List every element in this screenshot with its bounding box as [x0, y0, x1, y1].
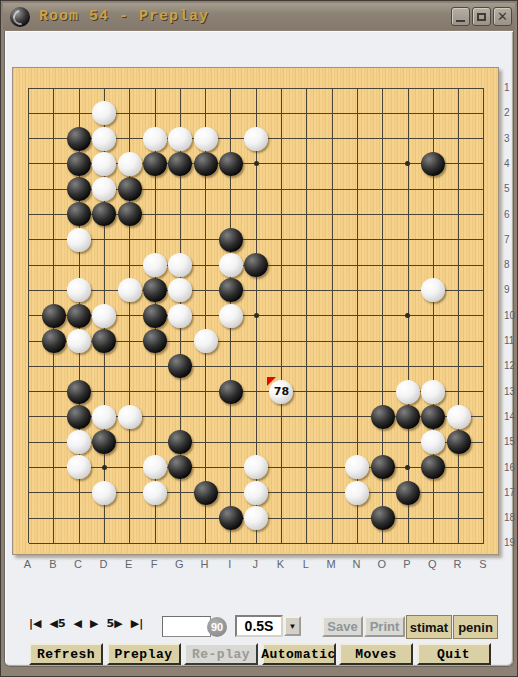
black-stone-G12 — [168, 354, 192, 378]
star-point — [254, 313, 259, 318]
black-stone-E5 — [118, 177, 142, 201]
black-stone-Q4 — [421, 152, 445, 176]
white-stone-E4 — [118, 152, 142, 176]
white-stone-I8 — [219, 253, 243, 277]
star-point — [405, 313, 410, 318]
white-stone-C15 — [67, 430, 91, 454]
speed-dropdown-button[interactable]: ▼ — [284, 616, 301, 636]
automatic-button[interactable]: Automatic — [262, 643, 336, 665]
window-controls: ✕ — [451, 7, 512, 26]
white-stone-C7 — [67, 228, 91, 252]
black-stone-Q16 — [421, 455, 445, 479]
black-stone-E6 — [118, 202, 142, 226]
star-point — [405, 161, 410, 166]
black-stone-R15 — [447, 430, 471, 454]
close-button[interactable]: ✕ — [493, 7, 512, 26]
black-stone-D11 — [92, 329, 116, 353]
white-stone-I10 — [219, 304, 243, 328]
column-label-M: M — [327, 558, 336, 570]
column-label-S: S — [479, 558, 486, 570]
column-label-J: J — [252, 558, 258, 570]
column-label-F: F — [151, 558, 158, 570]
black-stone-C3 — [67, 127, 91, 151]
move-count-badge: 90 — [207, 617, 227, 637]
black-stone-I7 — [219, 228, 243, 252]
row-label-13: 13 — [504, 385, 515, 396]
row-label-11: 11 — [504, 335, 514, 346]
white-stone-N16 — [345, 455, 369, 479]
white-stone-K13: 78 — [269, 380, 293, 404]
column-label-R: R — [454, 558, 462, 570]
black-stone-C10 — [67, 304, 91, 328]
row-label-10: 10 — [504, 309, 515, 320]
white-stone-H11 — [194, 329, 218, 353]
column-label-I: I — [228, 558, 231, 570]
window-title: Room 54 - Preplay — [39, 8, 209, 25]
column-label-O: O — [377, 558, 386, 570]
white-stone-N17 — [345, 481, 369, 505]
go-stone-icon — [10, 7, 30, 27]
forward-button[interactable]: ▶ — [90, 617, 98, 630]
column-label-H: H — [201, 558, 209, 570]
row-label-5: 5 — [504, 183, 510, 194]
white-stone-Q9 — [421, 278, 445, 302]
row-label-6: 6 — [504, 208, 510, 219]
black-stone-C14 — [67, 405, 91, 429]
replay-button[interactable]: Re-play — [184, 643, 258, 665]
title-bar: Room 54 - Preplay ✕ — [3, 3, 515, 30]
black-stone-G4 — [168, 152, 192, 176]
black-stone-D6 — [92, 202, 116, 226]
black-stone-H17 — [194, 481, 218, 505]
row-label-7: 7 — [504, 233, 510, 244]
white-stone-C9 — [67, 278, 91, 302]
row-label-17: 17 — [504, 486, 515, 497]
first-move-button[interactable]: |◀ — [29, 617, 41, 630]
black-stone-F11 — [143, 329, 167, 353]
star-point — [102, 465, 107, 470]
maximize-icon — [477, 13, 486, 21]
black-stone-F10 — [143, 304, 167, 328]
white-stone-G9 — [168, 278, 192, 302]
row-label-1: 1 — [504, 82, 510, 93]
column-label-C: C — [74, 558, 82, 570]
client-area: 78 ABCDEFGHIJKLMNOPQRS 12345678910111213… — [4, 31, 514, 667]
row-label-15: 15 — [504, 436, 515, 447]
chevron-down-icon: ▼ — [289, 622, 297, 631]
opening-button[interactable]: penin — [453, 615, 498, 639]
playback-toolbar: |◀ ◀5 ◀ ▶ 5▶ ▶| 90 0.5S ▼ Save Print sti… — [5, 613, 513, 641]
black-stone-F9 — [143, 278, 167, 302]
column-label-L: L — [303, 558, 309, 570]
row-label-4: 4 — [504, 157, 510, 168]
black-stone-I18 — [219, 506, 243, 530]
last-move-number: 78 — [269, 380, 293, 404]
app-window: Room 54 - Preplay ✕ 78 ABCDEFGHIJKLMNOPQ… — [0, 0, 518, 677]
black-stone-Q14 — [421, 405, 445, 429]
white-stone-D10 — [92, 304, 116, 328]
minimize-icon — [456, 20, 465, 22]
column-label-Q: Q — [428, 558, 437, 570]
back-button[interactable]: ◀ — [74, 617, 82, 630]
white-stone-P13 — [396, 380, 420, 404]
black-stone-I13 — [219, 380, 243, 404]
black-stone-C6 — [67, 202, 91, 226]
close-icon: ✕ — [497, 10, 508, 23]
white-stone-G10 — [168, 304, 192, 328]
last-move-button[interactable]: ▶| — [131, 617, 143, 630]
nav-controls: |◀ ◀5 ◀ ▶ 5▶ ▶| — [29, 617, 143, 630]
black-stone-F4 — [143, 152, 167, 176]
column-label-B: B — [49, 558, 56, 570]
white-stone-E9 — [118, 278, 142, 302]
white-stone-D4 — [92, 152, 116, 176]
white-stone-G3 — [168, 127, 192, 151]
star-point — [405, 465, 410, 470]
row-label-12: 12 — [504, 360, 515, 371]
column-label-G: G — [175, 558, 184, 570]
black-stone-C5 — [67, 177, 91, 201]
refresh-button[interactable]: Refresh — [29, 643, 103, 665]
column-label-K: K — [277, 558, 284, 570]
column-label-A: A — [24, 558, 31, 570]
white-stone-D2 — [92, 101, 116, 125]
white-stone-R14 — [447, 405, 471, 429]
maximize-button[interactable] — [472, 7, 491, 26]
white-stone-H3 — [194, 127, 218, 151]
row-label-9: 9 — [504, 284, 510, 295]
black-stone-H4 — [194, 152, 218, 176]
column-labels: ABCDEFGHIJKLMNOPQRS — [12, 558, 499, 572]
moves-button[interactable]: Moves — [339, 643, 413, 665]
white-stone-F3 — [143, 127, 167, 151]
black-stone-O14 — [371, 405, 395, 429]
black-stone-D15 — [92, 430, 116, 454]
quit-button[interactable]: Quit — [417, 643, 491, 665]
back-5-button[interactable]: ◀5 — [49, 617, 65, 630]
black-stone-C13 — [67, 380, 91, 404]
white-stone-F8 — [143, 253, 167, 277]
white-stone-D3 — [92, 127, 116, 151]
black-stone-J8 — [244, 253, 268, 277]
row-label-2: 2 — [504, 107, 510, 118]
black-stone-C4 — [67, 152, 91, 176]
board-grid: 78 — [16, 75, 497, 556]
column-label-D: D — [99, 558, 107, 570]
white-stone-Q13 — [421, 380, 445, 404]
action-toolbar: Refresh Preplay Re-play Automatic Moves … — [29, 643, 491, 665]
column-label-E: E — [125, 558, 132, 570]
white-stone-E14 — [118, 405, 142, 429]
row-label-14: 14 — [504, 410, 515, 421]
black-stone-I4 — [219, 152, 243, 176]
white-stone-C11 — [67, 329, 91, 353]
print-button[interactable]: Print — [364, 616, 405, 637]
white-stone-J16 — [244, 455, 268, 479]
row-label-8: 8 — [504, 259, 510, 270]
white-stone-G8 — [168, 253, 192, 277]
black-stone-G15 — [168, 430, 192, 454]
black-stone-G16 — [168, 455, 192, 479]
black-stone-B11 — [42, 329, 66, 353]
speed-select-value[interactable]: 0.5S — [235, 615, 283, 637]
white-stone-D14 — [92, 405, 116, 429]
white-stone-D17 — [92, 481, 116, 505]
white-stone-Q15 — [421, 430, 445, 454]
row-labels: 12345678910111213141516171819 — [501, 31, 516, 551]
black-stone-P14 — [396, 405, 420, 429]
column-label-P: P — [403, 558, 410, 570]
row-label-16: 16 — [504, 461, 515, 472]
row-label-19: 19 — [504, 537, 515, 548]
column-label-N: N — [352, 558, 360, 570]
white-stone-F17 — [143, 481, 167, 505]
white-stone-D5 — [92, 177, 116, 201]
white-stone-J3 — [244, 127, 268, 151]
move-number-input[interactable] — [162, 616, 211, 637]
save-button[interactable]: Save — [322, 616, 363, 637]
black-stone-I9 — [219, 278, 243, 302]
forward-5-button[interactable]: 5▶ — [107, 617, 123, 630]
white-stone-F16 — [143, 455, 167, 479]
black-stone-O18 — [371, 506, 395, 530]
black-stone-O16 — [371, 455, 395, 479]
black-stone-P17 — [396, 481, 420, 505]
minimize-button[interactable] — [451, 7, 470, 26]
estimate-button[interactable]: stimat — [406, 615, 452, 639]
white-stone-J17 — [244, 481, 268, 505]
row-label-18: 18 — [504, 512, 515, 523]
go-board[interactable]: 78 — [12, 67, 499, 555]
black-stone-B10 — [42, 304, 66, 328]
white-stone-C16 — [67, 455, 91, 479]
star-point — [254, 161, 259, 166]
row-label-3: 3 — [504, 132, 510, 143]
white-stone-J18 — [244, 506, 268, 530]
preplay-button[interactable]: Preplay — [107, 643, 181, 665]
